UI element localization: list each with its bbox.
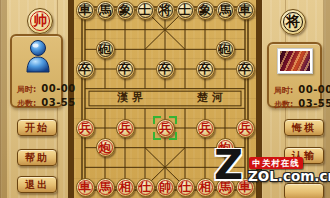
piece-red-相[interactable]: 相 [116, 178, 135, 197]
piece-black-卒[interactable]: 卒 [236, 60, 255, 79]
zol-url: ZOL.com.cn [248, 168, 330, 184]
black-general-badge-icon: 将 [280, 9, 306, 35]
piece-black-卒[interactable]: 卒 [156, 60, 175, 79]
piece-black-将[interactable]: 将 [156, 1, 175, 20]
zol-z-logo-icon: Z [214, 145, 243, 185]
piece-black-卒[interactable]: 卒 [196, 60, 215, 79]
piece-black-車[interactable]: 車 [236, 1, 255, 20]
player-avatar-icon [23, 39, 53, 73]
badge-char: 帅 [33, 12, 47, 30]
left-edge-shade [0, 0, 7, 198]
piece-red-兵[interactable]: 兵 [196, 119, 215, 138]
start-button[interactable]: 开始 [17, 119, 57, 136]
steps-value: 03-55 [41, 97, 75, 108]
steps-label: 步数: [17, 99, 36, 108]
red-general-badge-icon: 帅 [27, 8, 53, 34]
help-button[interactable]: 帮助 [17, 149, 57, 166]
xiangqi-game-window: 漢界 楚河 車馬象士将士象馬車砲砲卒卒卒卒卒兵兵兵兵兵炮炮車馬相仕帥仕相馬車 帅… [0, 0, 330, 198]
piece-red-仕[interactable]: 仕 [176, 178, 195, 197]
piece-red-車[interactable]: 車 [76, 178, 95, 197]
piece-black-卒[interactable]: 卒 [76, 60, 95, 79]
black-player-panel: 局时: 00-00 步数: 03-55 [267, 42, 322, 108]
red-player-panel: 局时: 00-00 步数: 03-55 [10, 34, 63, 108]
piece-red-帥[interactable]: 帥 [156, 178, 175, 197]
exit-button[interactable]: 退出 [17, 176, 57, 193]
piece-black-象[interactable]: 象 [196, 1, 215, 20]
river-label-right: 楚河 [184, 91, 240, 105]
red-step-count: 步数: 03-55 [17, 91, 76, 110]
piece-black-車[interactable]: 車 [76, 1, 95, 20]
piece-red-兵[interactable]: 兵 [76, 119, 95, 138]
piece-black-砲[interactable]: 砲 [96, 40, 115, 59]
river-label-left: 漢界 [104, 91, 160, 105]
piece-black-馬[interactable]: 馬 [216, 1, 235, 20]
piece-black-士[interactable]: 士 [176, 1, 195, 20]
piece-red-炮[interactable]: 炮 [96, 138, 115, 157]
piece-red-馬[interactable]: 馬 [96, 178, 115, 197]
piece-black-卒[interactable]: 卒 [116, 60, 135, 79]
piece-red-兵[interactable]: 兵 [236, 119, 255, 138]
opponent-photo-icon [277, 48, 313, 74]
steps-value: 03-55 [298, 98, 330, 109]
zol-watermark: Z 中关村在线 ZOL.com.cn [212, 146, 322, 190]
piece-black-象[interactable]: 象 [116, 1, 135, 20]
black-step-count: 步数: 03-55 [274, 92, 330, 111]
badge-char: 将 [286, 13, 300, 31]
undo-button[interactable]: 悔棋 [284, 119, 324, 136]
piece-red-仕[interactable]: 仕 [136, 178, 155, 197]
steps-label: 步数: [274, 100, 293, 109]
piece-black-士[interactable]: 士 [136, 1, 155, 20]
piece-red-兵[interactable]: 兵 [156, 119, 175, 138]
piece-red-兵[interactable]: 兵 [116, 119, 135, 138]
piece-black-馬[interactable]: 馬 [96, 1, 115, 20]
piece-black-砲[interactable]: 砲 [216, 40, 235, 59]
